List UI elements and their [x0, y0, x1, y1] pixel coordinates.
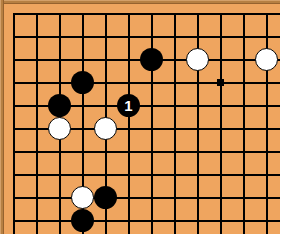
- star-point-K16: [217, 79, 224, 86]
- stone-white-C14: [48, 117, 71, 140]
- stone-white-E14: [94, 117, 117, 140]
- grid-hline-6: [13, 151, 281, 153]
- grid-vline-11: [266, 13, 268, 235]
- grid-vline-10: [243, 13, 245, 235]
- grid-vline-1: [36, 13, 38, 235]
- stone-black-E11: [94, 186, 117, 209]
- grid-hline-0: [13, 13, 281, 15]
- grid-vline-7: [174, 13, 176, 235]
- grid-vline-6: [151, 13, 153, 235]
- board-frame-left-edge: [0, 0, 4, 234]
- grid-vline-5: [128, 13, 130, 235]
- grid-hline-7: [13, 174, 281, 176]
- grid-hline-8: [13, 197, 281, 199]
- stone-black-G17: [140, 48, 163, 71]
- stone-white-D11: [71, 186, 94, 209]
- grid-hline-3: [13, 82, 281, 84]
- move-number-label: 1: [124, 98, 132, 113]
- grid-vline-8: [197, 13, 199, 235]
- stone-black-F15: 1: [117, 94, 140, 117]
- grid-vline-0: [13, 13, 15, 235]
- grid-hline-1: [13, 36, 281, 38]
- stone-black-D16: [71, 71, 94, 94]
- grid-hline-9: [13, 220, 281, 222]
- stone-black-C15: [48, 94, 71, 117]
- stone-white-J17: [186, 48, 209, 71]
- grid-vline-9: [220, 13, 222, 235]
- board-frame-top-edge: [0, 0, 280, 4]
- stone-black-D10: [71, 209, 94, 232]
- stone-white-M17: [255, 48, 278, 71]
- go-board-diagram: 1: [0, 0, 280, 234]
